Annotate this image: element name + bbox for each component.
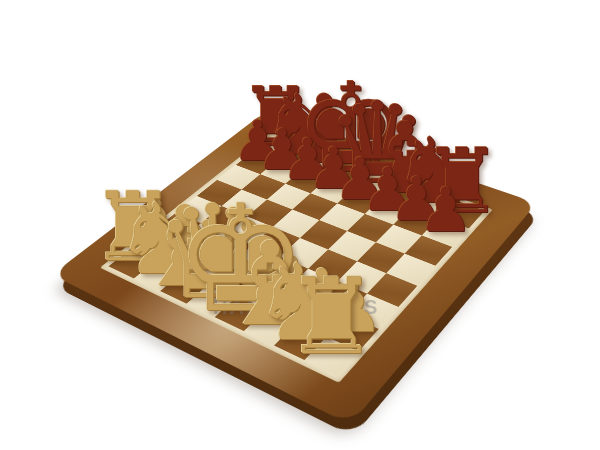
chess-set-photo: HANDICRAFTS ♜♞♝♚♛♝♞♜♟♟♟♟♟♟♟♟♟♟♟♟♟♟♟♟♜♞♝♛…: [0, 0, 600, 450]
watermark: HANDICRAFTS: [213, 296, 379, 319]
chess-board: [52, 111, 537, 425]
board-playing-field: [101, 132, 491, 381]
